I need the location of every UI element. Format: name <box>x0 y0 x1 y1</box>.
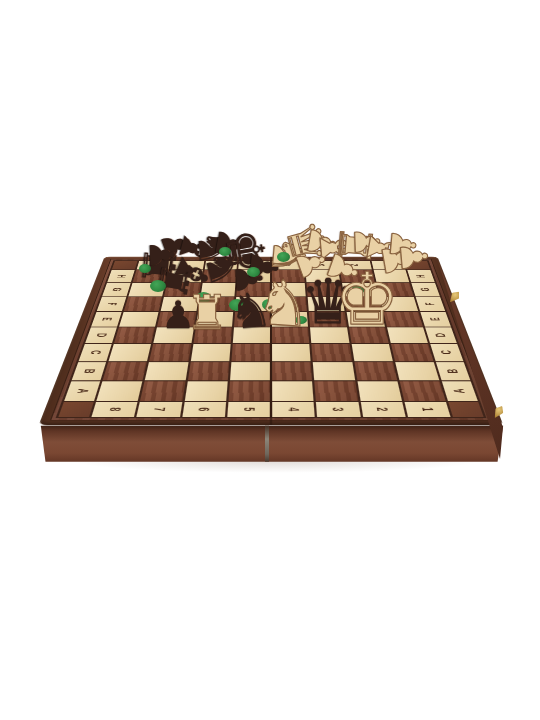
felt-base <box>277 252 290 262</box>
felt-base <box>150 280 166 292</box>
felt-base <box>139 264 151 273</box>
piece-light-king-standing: ♚ <box>335 263 400 335</box>
pieces-layer: ♜♟♝♞♟♚♝♞♜♟♟♟♞♛♟♝♜♟♟♟♝♟♟♟♟♜♞♞♛♚ <box>0 0 540 720</box>
piece-light-rook-standing: ♜ <box>185 288 228 336</box>
chess-set-photo: 87654321HHGGFFEEDDCCBBAA87654321 ♜♟♝♞♟♚♝… <box>0 0 540 720</box>
felt-base <box>219 247 231 256</box>
piece-light-pawn-lying: ♟ <box>394 239 433 274</box>
